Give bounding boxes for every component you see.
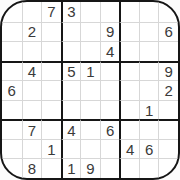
- cell-r8c5[interactable]: [80, 139, 100, 159]
- cell-r9c2[interactable]: 8: [22, 158, 42, 178]
- cell-r5c7[interactable]: [119, 80, 139, 100]
- cell-r6c4[interactable]: [61, 100, 81, 120]
- cell-r7c4[interactable]: 4: [61, 119, 81, 139]
- cell-r4c3[interactable]: [41, 61, 61, 81]
- cell-r9c4[interactable]: 1: [61, 158, 81, 178]
- cell-r9c1[interactable]: [2, 158, 22, 178]
- cell-r3c9[interactable]: [158, 41, 178, 61]
- cell-r6c1[interactable]: [2, 100, 22, 120]
- cell-r2c8[interactable]: [139, 22, 159, 42]
- cell-r3c7[interactable]: [119, 41, 139, 61]
- cell-r2c5[interactable]: [80, 22, 100, 42]
- cell-r3c2[interactable]: [22, 41, 42, 61]
- cell-r2c4[interactable]: [61, 22, 81, 42]
- cell-r5c3[interactable]: [41, 80, 61, 100]
- cell-r3c1[interactable]: [2, 41, 22, 61]
- cell-r8c6[interactable]: [100, 139, 120, 159]
- cell-r3c8[interactable]: [139, 41, 159, 61]
- cell-r3c5[interactable]: [80, 41, 100, 61]
- cell-r8c9[interactable]: [158, 139, 178, 159]
- cell-r1c1[interactable]: [2, 2, 22, 22]
- cell-r1c9[interactable]: [158, 2, 178, 22]
- cell-r8c1[interactable]: [2, 139, 22, 159]
- cell-r2c6[interactable]: 9: [100, 22, 120, 42]
- cell-r5c8[interactable]: [139, 80, 159, 100]
- cell-r9c3[interactable]: [41, 158, 61, 178]
- cell-r5c9[interactable]: 2: [158, 80, 178, 100]
- cell-r5c2[interactable]: [22, 80, 42, 100]
- cell-r6c8[interactable]: 1: [139, 100, 159, 120]
- cell-r6c6[interactable]: [100, 100, 120, 120]
- cell-r7c6[interactable]: 6: [100, 119, 120, 139]
- cell-r5c5[interactable]: [80, 80, 100, 100]
- cell-r7c1[interactable]: [2, 119, 22, 139]
- cell-r3c6[interactable]: 4: [100, 41, 120, 61]
- cell-r8c3[interactable]: 1: [41, 139, 61, 159]
- cell-r2c1[interactable]: [2, 22, 22, 42]
- cell-r9c5[interactable]: 9: [80, 158, 100, 178]
- cell-r4c7[interactable]: [119, 61, 139, 81]
- cell-r2c3[interactable]: [41, 22, 61, 42]
- sudoku-board: 7329644519621746146819: [0, 0, 180, 180]
- cell-r6c5[interactable]: [80, 100, 100, 120]
- cell-r1c6[interactable]: [100, 2, 120, 22]
- cell-r6c7[interactable]: [119, 100, 139, 120]
- cell-r6c3[interactable]: [41, 100, 61, 120]
- cell-r2c2[interactable]: 2: [22, 22, 42, 42]
- cell-r8c8[interactable]: 6: [139, 139, 159, 159]
- cell-r5c1[interactable]: 6: [2, 80, 22, 100]
- cell-r9c9[interactable]: [158, 158, 178, 178]
- cell-r6c2[interactable]: [22, 100, 42, 120]
- cell-r4c4[interactable]: 5: [61, 61, 81, 81]
- cell-r7c8[interactable]: [139, 119, 159, 139]
- cell-r6c9[interactable]: [158, 100, 178, 120]
- cell-r8c7[interactable]: 4: [119, 139, 139, 159]
- cell-r1c2[interactable]: [22, 2, 42, 22]
- cell-r3c4[interactable]: [61, 41, 81, 61]
- cell-r2c9[interactable]: 6: [158, 22, 178, 42]
- cell-r4c1[interactable]: [2, 61, 22, 81]
- cell-r7c7[interactable]: [119, 119, 139, 139]
- cell-r5c6[interactable]: [100, 80, 120, 100]
- cell-r9c6[interactable]: [100, 158, 120, 178]
- cell-r4c5[interactable]: 1: [80, 61, 100, 81]
- cell-r1c3[interactable]: 7: [41, 2, 61, 22]
- cell-r1c8[interactable]: [139, 2, 159, 22]
- cell-r7c9[interactable]: [158, 119, 178, 139]
- cell-r1c4[interactable]: 3: [61, 2, 81, 22]
- cell-r1c5[interactable]: [80, 2, 100, 22]
- cell-r3c3[interactable]: [41, 41, 61, 61]
- cell-r8c2[interactable]: [22, 139, 42, 159]
- cell-r7c2[interactable]: 7: [22, 119, 42, 139]
- cell-r7c5[interactable]: [80, 119, 100, 139]
- cell-r8c4[interactable]: [61, 139, 81, 159]
- cell-r9c8[interactable]: [139, 158, 159, 178]
- cell-r4c9[interactable]: 9: [158, 61, 178, 81]
- cell-r4c2[interactable]: 4: [22, 61, 42, 81]
- cell-r4c6[interactable]: [100, 61, 120, 81]
- cell-r4c8[interactable]: [139, 61, 159, 81]
- cell-r5c4[interactable]: [61, 80, 81, 100]
- cell-r2c7[interactable]: [119, 22, 139, 42]
- cell-r1c7[interactable]: [119, 2, 139, 22]
- cell-r7c3[interactable]: [41, 119, 61, 139]
- cell-r9c7[interactable]: [119, 158, 139, 178]
